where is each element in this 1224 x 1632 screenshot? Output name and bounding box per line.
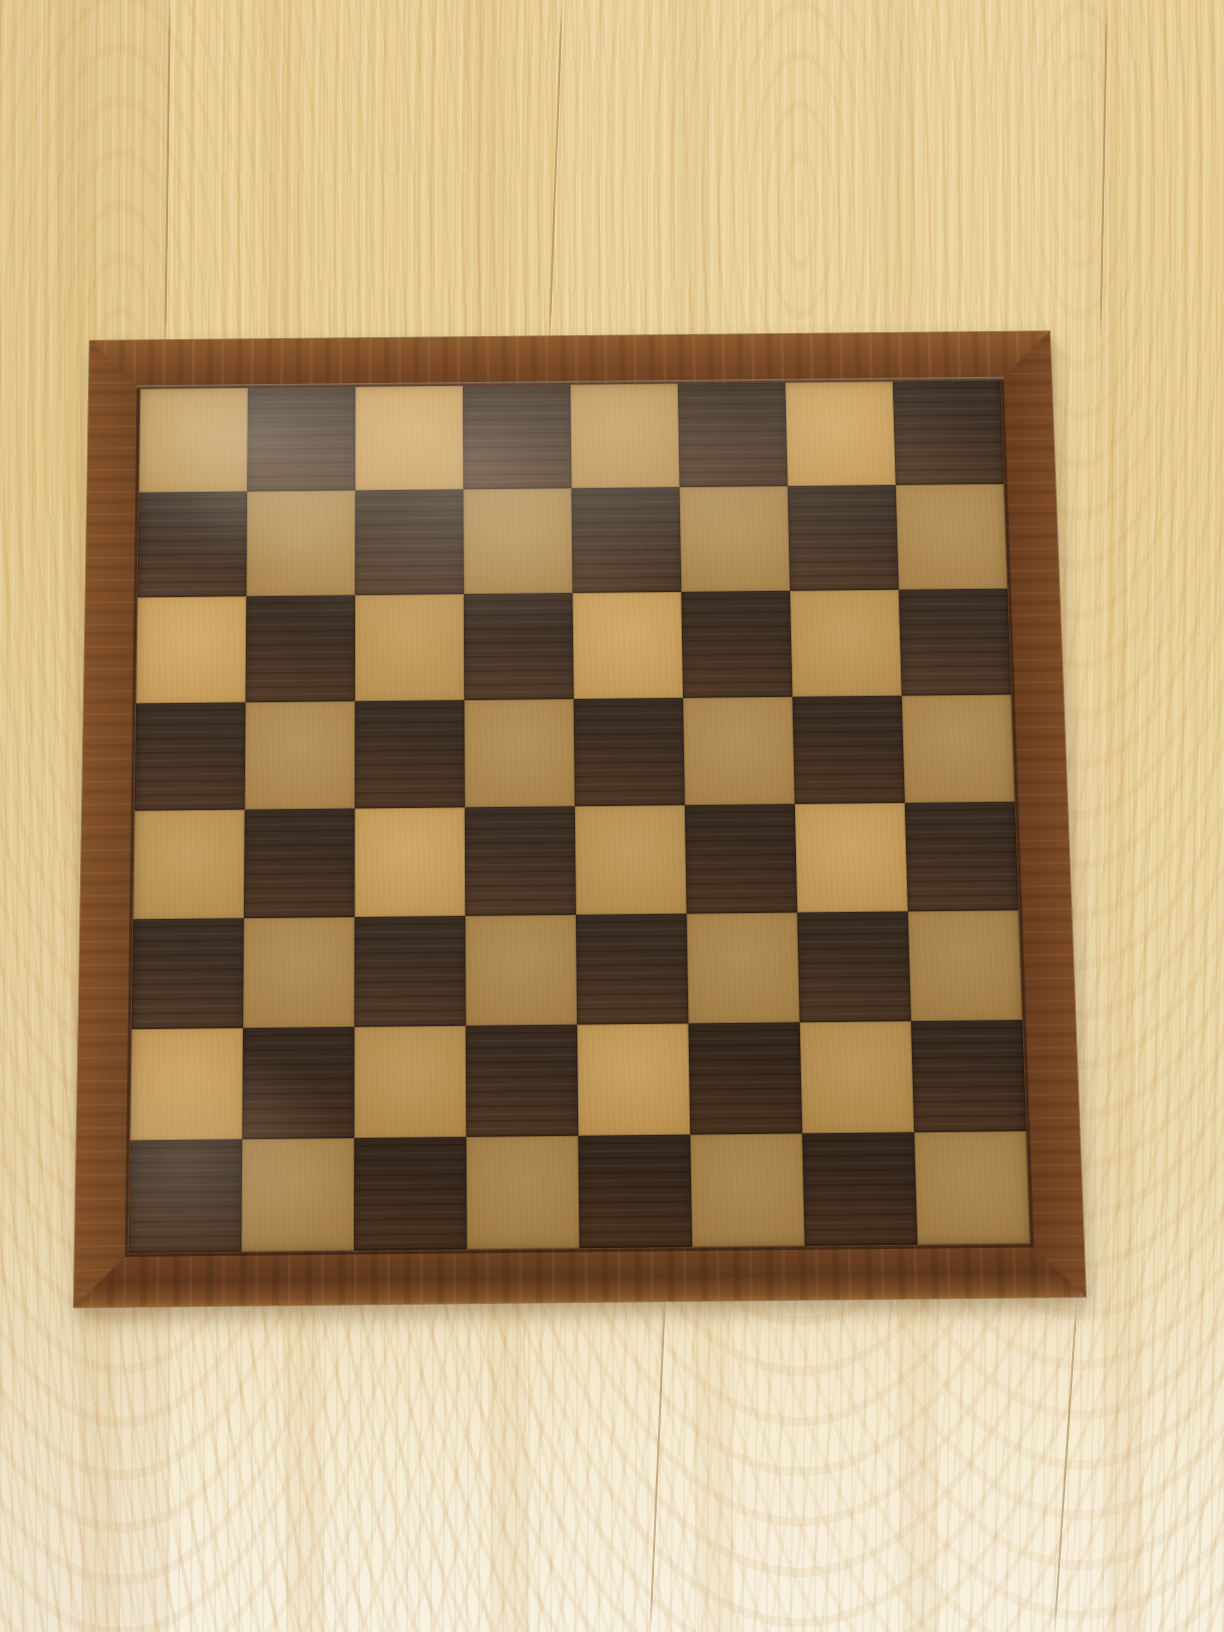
square-b5[interactable] xyxy=(245,701,355,809)
square-a8[interactable] xyxy=(139,388,248,493)
square-c8[interactable] xyxy=(355,386,463,491)
square-e3[interactable] xyxy=(576,914,688,1025)
square-g7[interactable] xyxy=(788,485,899,591)
floor-plank-seam xyxy=(649,1296,666,1632)
square-c4[interactable] xyxy=(355,807,466,917)
square-g3[interactable] xyxy=(797,911,911,1022)
square-g2[interactable] xyxy=(800,1021,914,1133)
square-g5[interactable] xyxy=(792,696,904,804)
square-e7[interactable] xyxy=(571,487,681,593)
square-d8[interactable] xyxy=(463,385,572,490)
floor-plank-seam xyxy=(548,0,563,345)
square-d5[interactable] xyxy=(464,699,574,807)
board-squares-grid xyxy=(129,380,1030,1253)
square-c1[interactable] xyxy=(354,1137,467,1251)
chessboard xyxy=(74,331,1086,1307)
square-b3[interactable] xyxy=(243,917,355,1028)
square-e6[interactable] xyxy=(573,592,683,699)
square-e5[interactable] xyxy=(574,698,685,806)
square-d3[interactable] xyxy=(465,915,577,1026)
board-frame-bottom-rail xyxy=(74,1243,1086,1307)
square-a7[interactable] xyxy=(138,491,248,597)
square-f6[interactable] xyxy=(681,591,792,698)
square-c6[interactable] xyxy=(355,594,464,701)
square-h3[interactable] xyxy=(908,910,1022,1021)
square-f4[interactable] xyxy=(685,804,797,914)
square-h7[interactable] xyxy=(896,484,1008,590)
square-h2[interactable] xyxy=(911,1020,1026,1132)
square-f1[interactable] xyxy=(690,1133,805,1247)
square-e1[interactable] xyxy=(578,1135,692,1249)
square-g4[interactable] xyxy=(795,803,908,913)
square-b2[interactable] xyxy=(242,1027,354,1139)
square-h6[interactable] xyxy=(899,589,1011,696)
square-b4[interactable] xyxy=(244,809,355,919)
square-b1[interactable] xyxy=(241,1138,354,1252)
square-a3[interactable] xyxy=(132,918,244,1029)
square-f5[interactable] xyxy=(683,697,795,805)
square-a5[interactable] xyxy=(135,702,246,810)
square-a6[interactable] xyxy=(136,596,246,703)
square-a2[interactable] xyxy=(130,1028,243,1140)
square-g6[interactable] xyxy=(790,590,902,697)
square-f2[interactable] xyxy=(688,1022,802,1134)
square-c7[interactable] xyxy=(355,489,464,595)
square-h5[interactable] xyxy=(902,695,1015,803)
square-a1[interactable] xyxy=(129,1139,243,1253)
square-e8[interactable] xyxy=(570,384,679,489)
square-h4[interactable] xyxy=(905,802,1019,912)
square-h1[interactable] xyxy=(914,1131,1030,1245)
floor-plank-seam xyxy=(1099,0,1108,340)
square-d2[interactable] xyxy=(466,1025,578,1137)
square-g1[interactable] xyxy=(802,1132,917,1246)
square-f8[interactable] xyxy=(678,383,788,488)
square-h8[interactable] xyxy=(893,380,1004,485)
square-d4[interactable] xyxy=(465,806,576,916)
square-b8[interactable] xyxy=(247,387,355,492)
square-b6[interactable] xyxy=(246,595,356,702)
square-e4[interactable] xyxy=(575,805,687,915)
square-f3[interactable] xyxy=(687,913,800,1024)
square-d1[interactable] xyxy=(466,1136,579,1250)
floor-plank-seam xyxy=(164,0,171,350)
floor-plank-seam xyxy=(1054,1296,1078,1631)
square-e2[interactable] xyxy=(577,1023,690,1135)
square-d7[interactable] xyxy=(463,488,572,594)
square-d6[interactable] xyxy=(464,593,574,700)
square-f7[interactable] xyxy=(680,486,790,592)
square-c2[interactable] xyxy=(354,1026,466,1138)
square-b7[interactable] xyxy=(246,490,355,596)
square-a4[interactable] xyxy=(133,810,245,920)
square-c3[interactable] xyxy=(354,916,465,1027)
square-c5[interactable] xyxy=(355,700,465,808)
square-g8[interactable] xyxy=(785,381,895,486)
